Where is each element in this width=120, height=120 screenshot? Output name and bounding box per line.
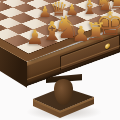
pieces-layer: ♟♝♞♟♜♚♟♛♟♝♞♜ bbox=[0, 0, 120, 120]
piece-pawn[interactable]: ♟ bbox=[26, 27, 44, 47]
piece-pawn[interactable]: ♟ bbox=[72, 24, 91, 45]
chess-table-photo: ♟♝♞♟♜♚♟♛♟♝♞♜ bbox=[0, 0, 120, 120]
